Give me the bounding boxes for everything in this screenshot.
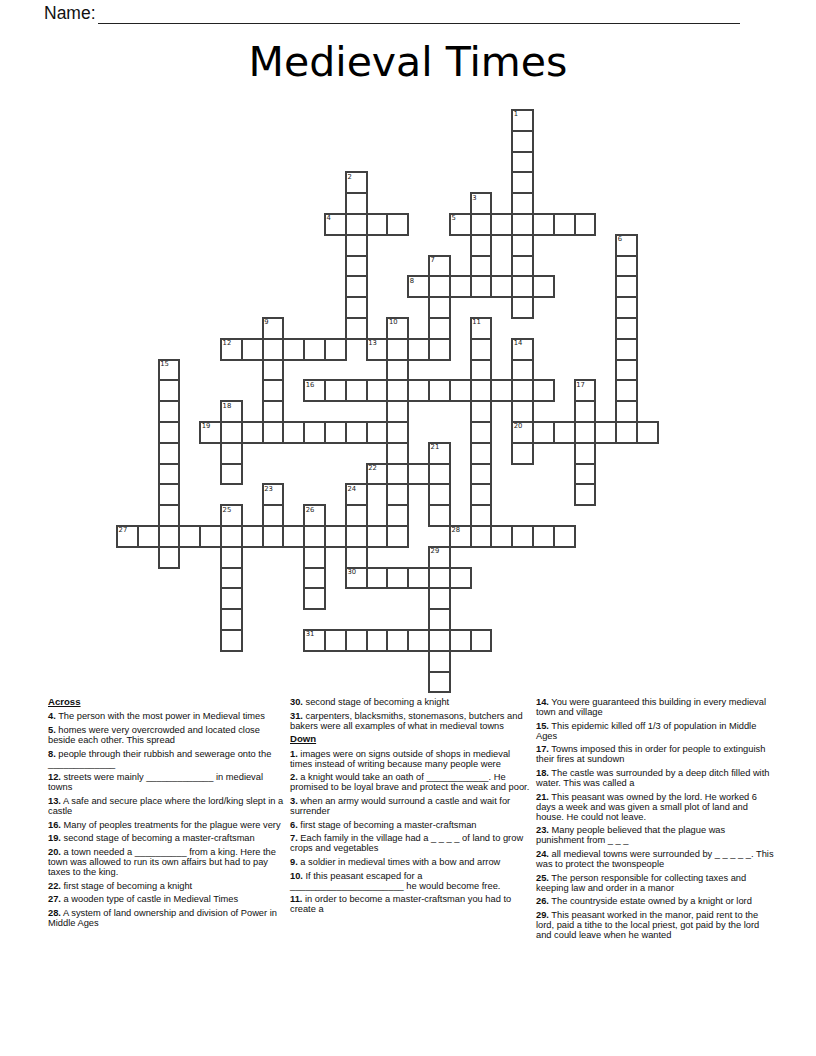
grid-cell[interactable]	[574, 463, 597, 486]
grid-cell[interactable]	[386, 504, 409, 527]
grid-cell[interactable]	[303, 546, 326, 569]
grid-cell[interactable]	[574, 213, 597, 236]
grid-cell[interactable]	[220, 400, 243, 423]
grid-cell[interactable]	[615, 400, 638, 423]
grid-cell[interactable]	[428, 379, 451, 402]
across-header: Across	[48, 697, 288, 707]
clue-item: 16. Many of peoples treatments for the p…	[48, 820, 288, 830]
clue-item: 4. The person with the most power in Med…	[48, 711, 288, 721]
clue-item: 9. a soldier in medieval times with a bo…	[290, 857, 532, 867]
grid-cell[interactable]	[615, 379, 638, 402]
grid-cell[interactable]	[241, 421, 264, 444]
clue-item: 14. You were guaranteed this building in…	[536, 697, 774, 717]
clue-item: 12. streets were mainly _____________ in…	[48, 772, 288, 792]
grid-cell[interactable]	[511, 109, 534, 132]
clue-item: 28. A system of land ownership and divis…	[48, 908, 288, 928]
grid-cell[interactable]	[324, 421, 347, 444]
grid-cell[interactable]	[615, 255, 638, 278]
grid-cell[interactable]	[386, 359, 409, 382]
clue-item: 1. images were on signs outside of shops…	[290, 749, 532, 769]
grid-cell[interactable]	[532, 213, 555, 236]
grid-cell[interactable]	[553, 421, 576, 444]
grid-cell[interactable]	[511, 400, 534, 423]
grid-cell[interactable]	[511, 442, 534, 465]
grid-cell[interactable]	[470, 629, 493, 652]
grid-cell[interactable]	[199, 525, 222, 548]
clue-item: 15. This epidemic killed off 1/3 of popu…	[536, 721, 774, 741]
grid-cell[interactable]	[428, 650, 451, 673]
grid-cell[interactable]	[262, 525, 285, 548]
grid-cell[interactable]	[470, 338, 493, 361]
grid-cell[interactable]	[615, 275, 638, 298]
grid-cell[interactable]	[303, 525, 326, 548]
grid-cell[interactable]	[386, 629, 409, 652]
grid-cell[interactable]	[470, 234, 493, 257]
grid-cell[interactable]	[386, 379, 409, 402]
grid-cell[interactable]	[490, 525, 513, 548]
grid-cell[interactable]	[574, 379, 597, 402]
clue-item: 13. A safe and secure place where the lo…	[48, 796, 288, 816]
grid-cell[interactable]	[615, 338, 638, 361]
grid-cell[interactable]	[303, 338, 326, 361]
grid-cell[interactable]	[511, 213, 534, 236]
grid-cell[interactable]	[511, 275, 534, 298]
grid-cell[interactable]	[366, 338, 389, 361]
clue-item: 17. Towns imposed this in order for peop…	[536, 744, 774, 764]
grid-cell[interactable]	[345, 296, 368, 319]
clue-item: 18. The castle was surrounded by a deep …	[536, 768, 774, 788]
grid-cell[interactable]	[220, 546, 243, 569]
grid-cell[interactable]	[324, 525, 347, 548]
grid-cell[interactable]	[158, 483, 181, 506]
clue-item: 20. a town needed a __________ from a ki…	[48, 847, 288, 877]
grid-cell[interactable]	[282, 421, 305, 444]
grid-cell[interactable]	[470, 213, 493, 236]
grid-cell[interactable]	[470, 525, 493, 548]
crossword-grid: 1234567891011121314151617181920212223242…	[116, 109, 676, 709]
grid-cell[interactable]	[241, 525, 264, 548]
grid-cell[interactable]	[178, 525, 201, 548]
grid-cell[interactable]	[158, 463, 181, 486]
clue-item: 22. first stage of becoming a knight	[48, 881, 288, 891]
grid-cell[interactable]	[449, 525, 472, 548]
clue-item: 2. a knight would take an oath of ______…	[290, 772, 532, 792]
grid-cell[interactable]	[241, 338, 264, 361]
grid-cell[interactable]	[511, 171, 534, 194]
grid-cell[interactable]	[574, 442, 597, 465]
grid-cell[interactable]	[428, 255, 451, 278]
grid-cell[interactable]	[303, 629, 326, 652]
grid-cell[interactable]	[220, 608, 243, 631]
grid-cell[interactable]	[407, 463, 430, 486]
grid-cell[interactable]	[449, 213, 472, 236]
grid-cell[interactable]	[449, 629, 472, 652]
name-label: Name:	[44, 3, 96, 24]
clue-item: 25. The person responsible for collectin…	[536, 873, 774, 893]
grid-cell[interactable]	[428, 504, 451, 527]
grid-cell[interactable]	[386, 442, 409, 465]
grid-cell[interactable]	[366, 213, 389, 236]
grid-cell[interactable]	[511, 338, 534, 361]
clues-column-across: Across 4. The person with the most power…	[48, 697, 288, 931]
grid-cell[interactable]	[158, 421, 181, 444]
grid-cell[interactable]	[470, 275, 493, 298]
grid-cell[interactable]	[220, 463, 243, 486]
grid-cell[interactable]	[428, 317, 451, 340]
grid-cell[interactable]	[449, 275, 472, 298]
grid-cell[interactable]	[470, 483, 493, 506]
grid-cell[interactable]	[532, 379, 555, 402]
grid-cell[interactable]	[324, 338, 347, 361]
grid-cell[interactable]	[386, 525, 409, 548]
clues-column-down: 14. You were guaranteed this building in…	[536, 697, 774, 944]
grid-cell[interactable]	[386, 213, 409, 236]
grid-cell[interactable]	[262, 317, 285, 340]
grid-cell[interactable]	[574, 483, 597, 506]
clue-item: 11. in order to become a master-craftsma…	[290, 894, 532, 914]
grid-cell[interactable]	[470, 192, 493, 215]
grid-cell[interactable]	[470, 317, 493, 340]
grid-cell[interactable]	[303, 587, 326, 610]
grid-cell[interactable]	[220, 629, 243, 652]
grid-cell[interactable]	[428, 629, 451, 652]
clue-item: 24. all medieval towns were surrounded b…	[536, 849, 774, 869]
grid-cell[interactable]	[262, 338, 285, 361]
grid-cell[interactable]	[158, 379, 181, 402]
grid-cell[interactable]	[345, 567, 368, 590]
grid-cell[interactable]	[158, 359, 181, 382]
grid-cell[interactable]	[220, 504, 243, 527]
grid-cell[interactable]	[574, 400, 597, 423]
grid-cell[interactable]	[470, 255, 493, 278]
grid-cell[interactable]	[594, 421, 617, 444]
grid-cell[interactable]	[511, 525, 534, 548]
grid-cell[interactable]	[324, 213, 347, 236]
grid-cell[interactable]	[511, 296, 534, 319]
grid-cell[interactable]	[220, 587, 243, 610]
grid-cell[interactable]	[428, 463, 451, 486]
grid-cell[interactable]	[615, 317, 638, 340]
grid-cell[interactable]	[303, 504, 326, 527]
grid-cell[interactable]	[324, 629, 347, 652]
grid-cell[interactable]	[428, 296, 451, 319]
clue-item: 6. first stage of becoming a master-craf…	[290, 820, 532, 830]
grid-cell[interactable]	[220, 567, 243, 590]
grid-cell[interactable]	[636, 421, 659, 444]
grid-cell[interactable]	[407, 629, 430, 652]
grid-cell[interactable]	[532, 525, 555, 548]
grid-cell[interactable]	[345, 192, 368, 215]
grid-cell[interactable]	[262, 400, 285, 423]
grid-cell[interactable]	[615, 359, 638, 382]
grid-cell[interactable]	[366, 629, 389, 652]
grid-cell[interactable]	[615, 296, 638, 319]
grid-cell[interactable]	[158, 400, 181, 423]
grid-cell[interactable]	[428, 608, 451, 631]
grid-cell[interactable]	[615, 234, 638, 257]
grid-cell[interactable]	[366, 379, 389, 402]
grid-cell[interactable]	[366, 421, 389, 444]
grid-cell[interactable]	[511, 255, 534, 278]
clues-column-middle: 30. second stage of becoming a knight31.…	[290, 697, 532, 918]
clue-item: 21. This peasant was owned by the lord. …	[536, 792, 774, 822]
clue-item: 29. This peasant worked in the manor, pa…	[536, 910, 774, 940]
grid-cell[interactable]	[366, 525, 389, 548]
grid-cell[interactable]	[428, 567, 451, 590]
grid-cell[interactable]	[345, 275, 368, 298]
clue-item: 26. The countryside estate owned by a kn…	[536, 896, 774, 906]
grid-cell[interactable]	[220, 338, 243, 361]
grid-cell[interactable]	[386, 317, 409, 340]
clue-item: 30. second stage of becoming a knight	[290, 697, 532, 707]
clue-item: 10. If this peasant escaped for a ______…	[290, 871, 532, 891]
clue-item: 3. when an army would surround a castle …	[290, 796, 532, 816]
grid-cell[interactable]	[345, 379, 368, 402]
grid-cell[interactable]	[428, 671, 451, 694]
grid-cell[interactable]	[386, 338, 409, 361]
grid-cell[interactable]	[511, 379, 534, 402]
clue-item: 19. second stage of becoming a master-cr…	[48, 833, 288, 843]
grid-cell[interactable]	[262, 421, 285, 444]
grid-cell[interactable]	[553, 213, 576, 236]
grid-cell[interactable]	[158, 504, 181, 527]
clue-item: 8. people through their rubbish and sewe…	[48, 749, 288, 769]
grid-cell[interactable]	[386, 400, 409, 423]
grid-cell[interactable]	[158, 442, 181, 465]
clue-item: 7. Each family in the village had a _ _ …	[290, 833, 532, 853]
grid-cell[interactable]	[220, 442, 243, 465]
grid-cell[interactable]	[511, 130, 534, 153]
grid-cell[interactable]	[490, 275, 513, 298]
grid-cell[interactable]	[511, 234, 534, 257]
grid-cell[interactable]	[345, 171, 368, 194]
grid-cell[interactable]	[428, 338, 451, 361]
clue-item: 5. homes were very overcrowded and locat…	[48, 725, 288, 745]
clue-item: 31. carpenters, blacksmiths, stonemasons…	[290, 711, 532, 731]
grid-cell[interactable]	[137, 525, 160, 548]
grid-cell[interactable]	[470, 379, 493, 402]
grid-cell[interactable]	[158, 525, 181, 548]
grid-cell[interactable]	[345, 421, 368, 444]
grid-cell[interactable]	[345, 255, 368, 278]
grid-cell[interactable]	[407, 338, 430, 361]
down-header: Down	[290, 734, 532, 744]
grid-cell[interactable]	[324, 379, 347, 402]
grid-cell[interactable]	[345, 234, 368, 257]
grid-cell[interactable]	[262, 379, 285, 402]
grid-cell[interactable]	[366, 567, 389, 590]
grid-cell[interactable]	[303, 379, 326, 402]
grid-cell[interactable]	[428, 483, 451, 506]
grid-cell[interactable]	[386, 567, 409, 590]
page-title: Medieval Times	[0, 38, 816, 86]
grid-cell[interactable]	[386, 463, 409, 486]
grid-cell[interactable]	[199, 421, 222, 444]
grid-cell[interactable]	[345, 629, 368, 652]
grid-cell[interactable]	[428, 587, 451, 610]
grid-cell[interactable]	[470, 504, 493, 527]
grid-cell[interactable]	[532, 275, 555, 298]
grid-cell[interactable]	[490, 213, 513, 236]
grid-cell[interactable]	[345, 525, 368, 548]
grid-cell[interactable]	[386, 483, 409, 506]
grid-cell[interactable]	[428, 546, 451, 569]
grid-cell[interactable]	[262, 504, 285, 527]
grid-cell[interactable]	[511, 421, 534, 444]
grid-cell[interactable]	[470, 442, 493, 465]
grid-cell[interactable]	[345, 546, 368, 569]
grid-cell[interactable]	[303, 421, 326, 444]
grid-cell[interactable]	[407, 275, 430, 298]
grid-cell[interactable]	[158, 546, 181, 569]
grid-cell[interactable]	[386, 421, 409, 444]
grid-cell[interactable]	[407, 567, 430, 590]
grid-cell[interactable]	[345, 504, 368, 527]
clue-item: 27. a wooden type of castle in Medieval …	[48, 894, 288, 904]
grid-cell[interactable]	[282, 338, 305, 361]
grid-cell[interactable]	[366, 463, 389, 486]
grid-cell[interactable]	[532, 421, 555, 444]
grid-cell[interactable]	[470, 359, 493, 382]
grid-cell[interactable]	[553, 525, 576, 548]
grid-cell[interactable]	[345, 317, 368, 340]
grid-cell[interactable]	[282, 525, 305, 548]
grid-cell[interactable]	[428, 275, 451, 298]
grid-cell[interactable]	[262, 483, 285, 506]
grid-cell[interactable]	[574, 421, 597, 444]
grid-cell[interactable]	[262, 359, 285, 382]
grid-cell[interactable]	[303, 567, 326, 590]
grid-cell[interactable]	[345, 483, 368, 506]
worksheet-page: Name: Medieval Times 1234567891011121314…	[0, 0, 816, 1056]
grid-cell[interactable]	[615, 421, 638, 444]
grid-cell[interactable]	[490, 379, 513, 402]
grid-cell[interactable]	[345, 213, 368, 236]
grid-cell[interactable]	[511, 192, 534, 215]
grid-cell[interactable]	[470, 421, 493, 444]
grid-cell[interactable]	[220, 525, 243, 548]
grid-cell[interactable]	[449, 567, 472, 590]
clue-item: 23. Many people believed that the plague…	[536, 825, 774, 845]
grid-cell[interactable]	[470, 463, 493, 486]
grid-cell[interactable]	[511, 151, 534, 174]
grid-cell[interactable]	[428, 442, 451, 465]
grid-cell[interactable]	[407, 379, 430, 402]
grid-cell[interactable]	[470, 400, 493, 423]
grid-cell[interactable]	[220, 421, 243, 444]
grid-cell[interactable]	[511, 359, 534, 382]
name-input-line[interactable]	[98, 6, 740, 24]
grid-cell[interactable]	[449, 379, 472, 402]
grid-cell[interactable]	[116, 525, 139, 548]
